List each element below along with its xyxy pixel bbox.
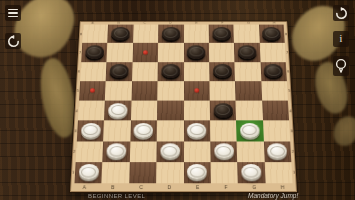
square-D6[interactable] — [158, 62, 184, 81]
square-B1 — [102, 162, 130, 183]
move-marker[interactable] — [90, 89, 95, 93]
square-H4[interactable] — [262, 101, 289, 121]
square-D3 — [157, 121, 184, 141]
white-piece[interactable] — [241, 164, 261, 179]
file-label: A — [70, 183, 99, 192]
file-label: C — [127, 183, 156, 192]
white-piece[interactable] — [160, 143, 180, 158]
black-piece[interactable] — [262, 27, 281, 40]
black-piece[interactable] — [213, 64, 232, 78]
square-D5 — [157, 81, 183, 101]
square-A2 — [76, 141, 104, 162]
square-A8 — [82, 25, 108, 43]
square-D2[interactable] — [157, 141, 184, 162]
white-piece[interactable] — [106, 143, 126, 158]
square-C6 — [132, 62, 158, 81]
hamburger-icon — [8, 9, 18, 18]
file-labels-bottom: ABCDEFGH — [70, 183, 297, 192]
black-piece[interactable] — [187, 45, 206, 59]
square-A4 — [78, 101, 105, 121]
square-H7 — [259, 43, 285, 62]
file-label: D — [155, 183, 183, 192]
square-C3[interactable] — [130, 121, 157, 141]
file-label: F — [212, 183, 241, 192]
square-F8[interactable] — [209, 25, 235, 43]
rule-message: Mandatory Jump! — [248, 192, 298, 199]
square-G4 — [236, 101, 263, 121]
menu-button[interactable] — [5, 5, 21, 21]
white-piece[interactable] — [81, 123, 101, 138]
white-piece[interactable] — [187, 164, 207, 179]
hint-button[interactable] — [333, 56, 349, 76]
move-marker[interactable] — [143, 50, 148, 54]
square-H8[interactable] — [259, 25, 285, 43]
square-B2[interactable] — [103, 141, 131, 162]
black-piece[interactable] — [161, 64, 180, 78]
move-marker[interactable] — [194, 89, 199, 93]
square-G3[interactable] — [236, 121, 263, 141]
square-H1 — [264, 162, 292, 183]
square-F4[interactable] — [210, 101, 237, 121]
white-piece[interactable] — [108, 103, 128, 117]
square-E3[interactable] — [184, 121, 211, 141]
file-label: B — [98, 183, 127, 192]
square-C5[interactable] — [131, 81, 157, 101]
black-piece[interactable] — [264, 64, 283, 78]
square-F7 — [209, 43, 235, 62]
square-E4 — [184, 101, 210, 121]
black-piece[interactable] — [162, 27, 180, 40]
redo-button[interactable] — [333, 5, 349, 21]
square-D4[interactable] — [157, 101, 183, 121]
square-G5[interactable] — [235, 81, 262, 101]
undo-button[interactable] — [5, 33, 21, 49]
black-piece[interactable] — [110, 64, 129, 78]
square-G1[interactable] — [237, 162, 265, 183]
square-D8[interactable] — [158, 25, 183, 43]
square-A5[interactable] — [79, 81, 106, 101]
square-B6[interactable] — [106, 62, 132, 81]
square-E6 — [184, 62, 210, 81]
square-G7[interactable] — [234, 43, 260, 62]
square-G6 — [235, 62, 261, 81]
square-A6 — [80, 62, 107, 81]
square-F2[interactable] — [210, 141, 237, 162]
white-piece[interactable] — [187, 123, 206, 138]
info-icon: i — [340, 34, 343, 44]
square-H6[interactable] — [260, 62, 287, 81]
square-D1 — [156, 162, 183, 183]
square-E2 — [184, 141, 211, 162]
square-F1 — [210, 162, 238, 183]
square-H5 — [261, 81, 288, 101]
white-piece[interactable] — [240, 123, 260, 138]
square-H3 — [263, 121, 291, 141]
black-piece[interactable] — [85, 45, 104, 59]
square-F6[interactable] — [209, 62, 235, 81]
square-C4 — [131, 101, 158, 121]
white-piece[interactable] — [134, 123, 154, 138]
square-F3 — [210, 121, 237, 141]
square-E8 — [184, 25, 209, 43]
file-label: G — [240, 183, 269, 192]
square-E1[interactable] — [184, 162, 211, 183]
square-B4[interactable] — [104, 101, 131, 121]
square-D7 — [158, 43, 184, 62]
white-piece[interactable] — [214, 143, 234, 158]
board-frame: ABCDEFGH 87654321 87654321 ABCDEFGH — [70, 21, 297, 192]
black-piece[interactable] — [213, 103, 232, 117]
square-G2 — [237, 141, 265, 162]
square-A3[interactable] — [77, 121, 105, 141]
square-E5[interactable] — [184, 81, 210, 101]
white-piece[interactable] — [78, 164, 99, 179]
square-B7 — [107, 43, 133, 62]
square-B5 — [105, 81, 132, 101]
file-label: E — [184, 183, 212, 192]
file-label: H — [268, 183, 297, 192]
undo-icon — [7, 35, 20, 48]
checkers-board: ABCDEFGH 87654321 87654321 ABCDEFGH — [70, 21, 297, 192]
square-B3 — [103, 121, 130, 141]
level-label: BEGINNER LEVEL — [88, 193, 145, 199]
square-B8[interactable] — [108, 25, 134, 43]
square-C8 — [133, 25, 159, 43]
black-piece[interactable] — [212, 27, 231, 40]
square-A1[interactable] — [74, 162, 102, 183]
leaf-decoration — [332, 114, 355, 148]
square-E7[interactable] — [184, 43, 210, 62]
square-A7[interactable] — [81, 43, 107, 62]
white-piece[interactable] — [267, 143, 287, 158]
redo-icon — [335, 7, 348, 20]
square-F5 — [209, 81, 235, 101]
board-grid — [74, 25, 292, 184]
square-H2[interactable] — [264, 141, 292, 162]
info-button[interactable]: i — [333, 31, 349, 47]
square-C7[interactable] — [132, 43, 158, 62]
black-piece[interactable] — [238, 45, 257, 59]
square-G8 — [234, 25, 260, 43]
lightbulb-icon — [335, 58, 347, 75]
black-piece[interactable] — [111, 27, 130, 40]
square-C2 — [130, 141, 157, 162]
square-C1[interactable] — [129, 162, 157, 183]
checkers-app: ABCDEFGH 87654321 87654321 ABCDEFGH i — [0, 0, 355, 200]
